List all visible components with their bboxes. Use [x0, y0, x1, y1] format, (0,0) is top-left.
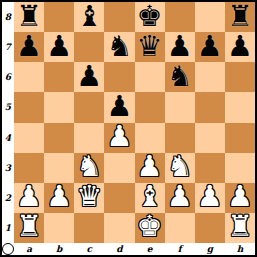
piece-black-knight[interactable]: ♞ [106, 32, 132, 61]
square-b8[interactable] [44, 2, 74, 32]
square-c6[interactable]: ♟ [74, 62, 104, 92]
rank-label-6: 6 [2, 62, 14, 92]
square-g1[interactable] [195, 213, 225, 243]
square-f1[interactable] [165, 213, 195, 243]
rank-label-3: 3 [2, 153, 14, 183]
square-e8[interactable]: ♚ [135, 2, 165, 32]
piece-black-rook[interactable]: ♜ [16, 2, 42, 31]
piece-black-queen[interactable]: ♛ [137, 32, 163, 61]
piece-white-rook[interactable]: ♜ [227, 212, 253, 241]
square-d3[interactable] [104, 153, 134, 183]
move-indicator-corner [2, 243, 14, 255]
file-label-d: d [104, 243, 134, 255]
square-c4[interactable] [74, 123, 104, 153]
square-f3[interactable]: ♞ [165, 153, 195, 183]
square-g3[interactable] [195, 153, 225, 183]
piece-white-bishop[interactable]: ♝ [137, 182, 163, 211]
square-d2[interactable] [104, 183, 134, 213]
piece-black-pawn[interactable]: ♟ [16, 32, 42, 61]
file-label-f: f [165, 243, 195, 255]
square-c8[interactable]: ♝ [74, 2, 104, 32]
square-d8[interactable] [104, 2, 134, 32]
square-a4[interactable] [14, 123, 44, 153]
rank-label-4: 4 [2, 123, 14, 153]
square-d4[interactable]: ♟ [104, 123, 134, 153]
piece-black-knight[interactable]: ♞ [167, 62, 193, 91]
piece-black-pawn[interactable]: ♟ [106, 92, 132, 121]
square-f5[interactable] [165, 92, 195, 122]
square-e3[interactable]: ♟ [135, 153, 165, 183]
piece-white-queen[interactable]: ♛ [76, 182, 102, 211]
square-a6[interactable] [14, 62, 44, 92]
piece-white-pawn[interactable]: ♟ [137, 152, 163, 181]
square-c1[interactable] [74, 213, 104, 243]
square-a1[interactable]: ♜ [14, 213, 44, 243]
square-h2[interactable]: ♟ [225, 183, 255, 213]
chess-board: ♜♝♚♜♟♟♞♛♟♟♟♟♞♟♟♞♟♞♟♟♛♝♟♟♟♜♚♜ [14, 2, 255, 243]
piece-black-pawn[interactable]: ♟ [46, 32, 72, 61]
chess-diagram: 87654321 ♜♝♚♜♟♟♞♛♟♟♟♟♞♟♟♞♟♞♟♟♛♝♟♟♟♜♚♜ ab… [0, 0, 257, 257]
piece-black-pawn[interactable]: ♟ [197, 32, 223, 61]
rank-labels: 87654321 [2, 2, 14, 243]
square-g7[interactable]: ♟ [195, 32, 225, 62]
square-h3[interactable] [225, 153, 255, 183]
square-a2[interactable]: ♟ [14, 183, 44, 213]
square-g8[interactable] [195, 2, 225, 32]
square-b1[interactable] [44, 213, 74, 243]
piece-white-rook[interactable]: ♜ [16, 212, 42, 241]
piece-black-pawn[interactable]: ♟ [76, 62, 102, 91]
file-labels: abcdefgh [14, 243, 255, 255]
rank-label-5: 5 [2, 92, 14, 122]
rank-label-1: 1 [2, 213, 14, 243]
square-e6[interactable] [135, 62, 165, 92]
square-a7[interactable]: ♟ [14, 32, 44, 62]
piece-white-pawn[interactable]: ♟ [46, 182, 72, 211]
piece-white-pawn[interactable]: ♟ [167, 182, 193, 211]
square-h7[interactable]: ♟ [225, 32, 255, 62]
square-b2[interactable]: ♟ [44, 183, 74, 213]
file-label-h: h [225, 243, 255, 255]
square-e4[interactable] [135, 123, 165, 153]
square-a3[interactable] [14, 153, 44, 183]
file-label-c: c [74, 243, 104, 255]
file-label-g: g [195, 243, 225, 255]
square-e1[interactable]: ♚ [135, 213, 165, 243]
square-g5[interactable] [195, 92, 225, 122]
square-g2[interactable]: ♟ [195, 183, 225, 213]
rank-label-2: 2 [2, 183, 14, 213]
square-c5[interactable] [74, 92, 104, 122]
square-e2[interactable]: ♝ [135, 183, 165, 213]
piece-black-pawn[interactable]: ♟ [227, 32, 253, 61]
piece-white-pawn[interactable]: ♟ [227, 182, 253, 211]
piece-white-pawn[interactable]: ♟ [197, 182, 223, 211]
piece-white-knight[interactable]: ♞ [76, 152, 102, 181]
file-label-e: e [135, 243, 165, 255]
square-b3[interactable] [44, 153, 74, 183]
rank-label-8: 8 [2, 2, 14, 32]
rank-label-7: 7 [2, 32, 14, 62]
square-h5[interactable] [225, 92, 255, 122]
square-d7[interactable]: ♞ [104, 32, 134, 62]
square-f2[interactable]: ♟ [165, 183, 195, 213]
square-g4[interactable] [195, 123, 225, 153]
square-d5[interactable]: ♟ [104, 92, 134, 122]
square-g6[interactable] [195, 62, 225, 92]
piece-white-king[interactable]: ♚ [137, 212, 163, 241]
square-d1[interactable] [104, 213, 134, 243]
square-h8[interactable]: ♜ [225, 2, 255, 32]
square-a8[interactable]: ♜ [14, 2, 44, 32]
piece-white-pawn[interactable]: ♟ [106, 122, 132, 151]
square-h1[interactable]: ♜ [225, 213, 255, 243]
square-h6[interactable] [225, 62, 255, 92]
square-h4[interactable] [225, 123, 255, 153]
white-to-move-indicator [2, 243, 14, 255]
piece-black-king[interactable]: ♚ [137, 2, 163, 31]
piece-white-pawn[interactable]: ♟ [16, 182, 42, 211]
piece-white-knight[interactable]: ♞ [167, 152, 193, 181]
square-c3[interactable]: ♞ [74, 153, 104, 183]
square-c2[interactable]: ♛ [74, 183, 104, 213]
square-b5[interactable] [44, 92, 74, 122]
square-b6[interactable] [44, 62, 74, 92]
square-b7[interactable]: ♟ [44, 32, 74, 62]
square-c7[interactable] [74, 32, 104, 62]
square-f4[interactable] [165, 123, 195, 153]
piece-black-pawn[interactable]: ♟ [167, 32, 193, 61]
square-e7[interactable]: ♛ [135, 32, 165, 62]
square-d6[interactable] [104, 62, 134, 92]
square-f8[interactable] [165, 2, 195, 32]
file-label-b: b [44, 243, 74, 255]
square-f6[interactable]: ♞ [165, 62, 195, 92]
square-a5[interactable] [14, 92, 44, 122]
square-f7[interactable]: ♟ [165, 32, 195, 62]
square-b4[interactable] [44, 123, 74, 153]
square-e5[interactable] [135, 92, 165, 122]
piece-black-bishop[interactable]: ♝ [76, 2, 102, 31]
piece-black-rook[interactable]: ♜ [227, 2, 253, 31]
file-label-a: a [14, 243, 44, 255]
